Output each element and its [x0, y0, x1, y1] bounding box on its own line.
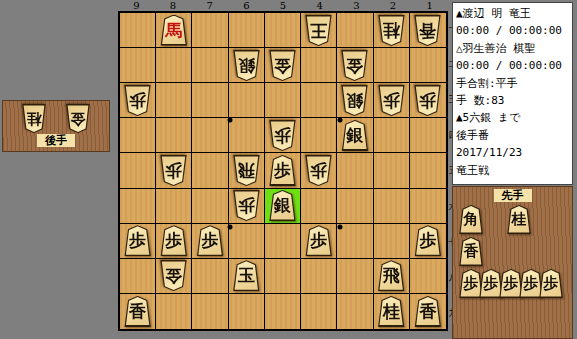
piece-gote-kin[interactable]: 金 — [65, 104, 91, 133]
square-8-5[interactable]: 歩 — [156, 153, 192, 188]
square-9-5[interactable] — [120, 153, 156, 188]
square-9-6[interactable] — [120, 189, 156, 224]
sente-hand-row-3: 歩歩歩歩歩 — [453, 266, 572, 298]
piece-kanji: 歩 — [268, 162, 297, 179]
square-6-4[interactable] — [229, 118, 265, 153]
square-2-5[interactable] — [374, 153, 410, 188]
piece-kanji: 金 — [159, 267, 188, 284]
file-label-8: 8 — [155, 0, 192, 11]
star-point — [228, 225, 233, 230]
square-7-6[interactable] — [192, 189, 228, 224]
piece-gote-kin[interactable]: 金 — [340, 50, 369, 81]
square-5-7[interactable] — [265, 224, 301, 259]
square-8-8[interactable]: 金 — [156, 259, 192, 294]
piece-sente-fu[interactable]: 歩 — [268, 155, 297, 186]
piece-gote-hisha[interactable]: 飛 — [232, 155, 261, 186]
piece-kanji: 銀 — [340, 92, 369, 109]
square-6-2[interactable]: 銀 — [229, 48, 265, 83]
piece-kanji: 桂 — [377, 303, 406, 320]
square-4-2[interactable] — [301, 48, 337, 83]
file-label-4: 4 — [301, 0, 338, 11]
file-label-7: 7 — [191, 0, 228, 11]
file-label-2: 2 — [375, 0, 412, 11]
square-2-7[interactable] — [374, 224, 410, 259]
square-1-6[interactable] — [410, 189, 446, 224]
square-5-8[interactable] — [265, 259, 301, 294]
piece-kanji: 歩 — [304, 232, 333, 249]
star-point — [228, 118, 233, 123]
piece-kanji: 歩 — [123, 232, 152, 249]
square-7-5[interactable] — [192, 153, 228, 188]
info-turn: 後手番 — [456, 127, 569, 144]
square-4-6[interactable] — [301, 189, 337, 224]
piece-kanji: 金 — [340, 57, 369, 74]
piece-kanji: 歩 — [413, 92, 442, 109]
piece-sente-gin[interactable]: 銀 — [340, 120, 369, 151]
info-date: 2017/11/23 — [456, 144, 569, 161]
piece-sente-fu[interactable]: 歩 — [123, 225, 152, 256]
square-8-1[interactable]: 馬 — [156, 13, 192, 48]
piece-kanji: 飛 — [377, 267, 406, 284]
piece-sente-fu[interactable]: 歩 — [538, 269, 564, 298]
info-move-count: 手 数:83 — [456, 92, 569, 109]
piece-kanji: 王 — [304, 22, 333, 39]
piece-kanji: 玉 — [232, 267, 261, 284]
gote-hand-pieces: 桂金 — [3, 101, 109, 133]
square-9-4[interactable] — [120, 118, 156, 153]
square-2-9[interactable]: 桂 — [374, 294, 410, 329]
piece-sente-kyo[interactable]: 香 — [458, 237, 484, 266]
piece-kanji: 香 — [413, 303, 442, 320]
square-1-4[interactable] — [410, 118, 446, 153]
square-5-3[interactable] — [265, 83, 301, 118]
piece-sente-gyoku[interactable]: 玉 — [232, 260, 261, 291]
square-9-8[interactable] — [120, 259, 156, 294]
piece-sente-hisha[interactable]: 飛 — [377, 260, 406, 291]
square-5-5[interactable]: 歩 — [265, 153, 301, 188]
square-9-1[interactable] — [120, 13, 156, 48]
square-5-6[interactable]: 銀 — [265, 189, 301, 224]
star-point — [338, 225, 343, 230]
info-sente-time: 00:00 / 00:00:00 — [456, 22, 569, 39]
piece-gote-gin[interactable]: 銀 — [340, 85, 369, 116]
info-event: 竜王戦 — [456, 162, 569, 179]
shogi-viewer: { "game": "shogi", "event": "竜王戦", "boar… — [0, 0, 577, 339]
piece-kanji: 歩 — [159, 232, 188, 249]
piece-kanji: 歩 — [377, 92, 406, 109]
sente-hand-panel: 先手 角桂香歩歩歩歩歩 — [452, 186, 573, 339]
square-3-1[interactable] — [337, 13, 373, 48]
square-8-7[interactable]: 歩 — [156, 224, 192, 259]
piece-kanji: 歩 — [196, 232, 225, 249]
square-4-1[interactable]: 王 — [301, 13, 337, 48]
square-4-5[interactable]: 歩 — [301, 153, 337, 188]
square-3-2[interactable]: 金 — [337, 48, 373, 83]
square-6-1[interactable] — [229, 13, 265, 48]
square-8-4[interactable] — [156, 118, 192, 153]
square-7-9[interactable] — [192, 294, 228, 329]
square-3-5[interactable] — [337, 153, 373, 188]
square-2-3[interactable]: 歩 — [374, 83, 410, 118]
piece-gote-kei[interactable]: 桂 — [377, 15, 406, 46]
square-9-2[interactable] — [120, 48, 156, 83]
piece-kanji: 歩 — [232, 197, 261, 214]
square-1-2[interactable] — [410, 48, 446, 83]
piece-kanji: 銀 — [232, 57, 261, 74]
info-last-move: ▲5六銀 まで — [456, 109, 569, 126]
square-1-7[interactable]: 歩 — [410, 224, 446, 259]
sente-hand-pieces: 角桂香歩歩歩歩歩 — [453, 202, 572, 298]
piece-gote-fu[interactable]: 歩 — [159, 155, 188, 186]
piece-gote-fu[interactable]: 歩 — [377, 85, 406, 116]
piece-sente-kei[interactable]: 桂 — [506, 205, 532, 234]
piece-gote-kin[interactable]: 金 — [268, 50, 297, 81]
gote-hand-panel: 桂金 後手 — [2, 100, 110, 152]
square-1-1[interactable]: 香 — [410, 13, 446, 48]
square-4-4[interactable] — [301, 118, 337, 153]
piece-sente-fu[interactable]: 歩 — [159, 225, 188, 256]
piece-sente-kaku[interactable]: 角 — [458, 205, 484, 234]
square-5-9[interactable] — [265, 294, 301, 329]
sente-hand-row-2: 香 — [453, 234, 572, 266]
file-label-5: 5 — [265, 0, 302, 11]
square-8-3[interactable] — [156, 83, 192, 118]
piece-sente-fu[interactable]: 歩 — [196, 225, 225, 256]
info-handicap: 手合割:平手 — [456, 75, 569, 92]
square-5-4[interactable]: 歩 — [265, 118, 301, 153]
piece-kanji: 桂 — [377, 22, 406, 39]
square-4-9[interactable] — [301, 294, 337, 329]
piece-sente-fu[interactable]: 歩 — [304, 225, 333, 256]
piece-sente-gin[interactable]: 銀 — [268, 190, 297, 221]
piece-sente-fu[interactable]: 歩 — [413, 225, 442, 256]
piece-sente-kyo[interactable]: 香 — [123, 296, 152, 327]
square-6-6[interactable]: 歩 — [229, 189, 265, 224]
square-2-6[interactable] — [374, 189, 410, 224]
square-7-2[interactable] — [192, 48, 228, 83]
square-9-7[interactable]: 歩 — [120, 224, 156, 259]
square-8-6[interactable] — [156, 189, 192, 224]
info-sente-player: ▲渡辺 明 竜王 — [456, 5, 569, 22]
piece-kanji: 歩 — [268, 127, 297, 144]
square-1-3[interactable]: 歩 — [410, 83, 446, 118]
square-8-9[interactable] — [156, 294, 192, 329]
piece-gote-fu[interactable]: 歩 — [268, 120, 297, 151]
piece-gote-ou[interactable]: 王 — [304, 15, 333, 46]
piece-gote-kin[interactable]: 金 — [159, 260, 188, 291]
piece-kanji: 香 — [413, 22, 442, 39]
square-6-9[interactable] — [229, 294, 265, 329]
info-gote-time: 00:00 / 00:00:00 — [456, 57, 569, 74]
file-label-3: 3 — [338, 0, 375, 11]
gote-hand-label: 後手 — [37, 134, 75, 147]
square-9-3[interactable]: 歩 — [120, 83, 156, 118]
piece-kanji: 馬 — [159, 22, 188, 39]
piece-kanji: 飛 — [232, 162, 261, 179]
square-7-3[interactable] — [192, 83, 228, 118]
sente-hand-label: 先手 — [494, 189, 532, 202]
square-2-8[interactable]: 飛 — [374, 259, 410, 294]
square-2-4[interactable] — [374, 118, 410, 153]
square-2-2[interactable] — [374, 48, 410, 83]
square-7-7[interactable]: 歩 — [192, 224, 228, 259]
board: 馬王桂香銀金金歩銀歩歩歩銀歩飛歩歩歩銀歩歩歩歩歩金玉飛香桂香 — [118, 11, 448, 331]
piece-kanji: 香 — [458, 244, 484, 259]
square-3-8[interactable] — [337, 259, 373, 294]
square-6-3[interactable] — [229, 83, 265, 118]
file-labels: 987654321 — [118, 0, 448, 11]
piece-gote-fu[interactable]: 歩 — [232, 190, 261, 221]
piece-gote-kei[interactable]: 桂 — [21, 104, 47, 133]
square-3-4[interactable]: 銀 — [337, 118, 373, 153]
square-5-2[interactable]: 金 — [265, 48, 301, 83]
square-1-8[interactable] — [410, 259, 446, 294]
piece-sente-kyo[interactable]: 香 — [413, 296, 442, 327]
piece-sente-kei[interactable]: 桂 — [377, 296, 406, 327]
square-2-1[interactable]: 桂 — [374, 13, 410, 48]
square-5-1[interactable] — [265, 13, 301, 48]
square-8-2[interactable] — [156, 48, 192, 83]
square-6-5[interactable]: 飛 — [229, 153, 265, 188]
piece-kanji: 歩 — [123, 92, 152, 109]
square-4-7[interactable]: 歩 — [301, 224, 337, 259]
piece-kanji: 金 — [268, 57, 297, 74]
square-6-8[interactable]: 玉 — [229, 259, 265, 294]
square-1-9[interactable]: 香 — [410, 294, 446, 329]
piece-sente-uma[interactable]: 馬 — [159, 15, 188, 46]
piece-gote-kyo[interactable]: 香 — [413, 15, 442, 46]
piece-kanji: 金 — [65, 111, 91, 126]
piece-kanji: 角 — [458, 212, 484, 227]
piece-kanji: 歩 — [413, 232, 442, 249]
square-7-4[interactable] — [192, 118, 228, 153]
square-4-8[interactable] — [301, 259, 337, 294]
piece-kanji: 歩 — [304, 162, 333, 179]
square-7-8[interactable] — [192, 259, 228, 294]
piece-gote-gin[interactable]: 銀 — [232, 50, 261, 81]
piece-kanji: 銀 — [268, 197, 297, 214]
info-gote-player: △羽生善治 棋聖 — [456, 40, 569, 57]
sente-hand-row-1: 角桂 — [453, 202, 572, 234]
piece-kanji: 桂 — [21, 111, 47, 126]
square-3-9[interactable] — [337, 294, 373, 329]
square-1-5[interactable] — [410, 153, 446, 188]
piece-kanji: 銀 — [340, 127, 369, 144]
piece-gote-fu[interactable]: 歩 — [304, 155, 333, 186]
file-label-9: 9 — [118, 0, 155, 11]
piece-kanji: 桂 — [506, 212, 532, 227]
square-7-1[interactable] — [192, 13, 228, 48]
info-panel: ▲渡辺 明 竜王 00:00 / 00:00:00 △羽生善治 棋聖 00:00… — [452, 2, 573, 185]
star-point — [338, 118, 343, 123]
square-4-3[interactable] — [301, 83, 337, 118]
piece-kanji: 歩 — [538, 276, 564, 291]
square-3-6[interactable] — [337, 189, 373, 224]
piece-kanji: 香 — [123, 303, 152, 320]
piece-gote-fu[interactable]: 歩 — [123, 85, 152, 116]
file-label-6: 6 — [228, 0, 265, 11]
piece-gote-fu[interactable]: 歩 — [413, 85, 442, 116]
square-6-7[interactable] — [229, 224, 265, 259]
piece-kanji: 歩 — [159, 162, 188, 179]
square-9-9[interactable]: 香 — [120, 294, 156, 329]
square-3-7[interactable] — [337, 224, 373, 259]
square-3-3[interactable]: 銀 — [337, 83, 373, 118]
file-label-1: 1 — [411, 0, 448, 11]
